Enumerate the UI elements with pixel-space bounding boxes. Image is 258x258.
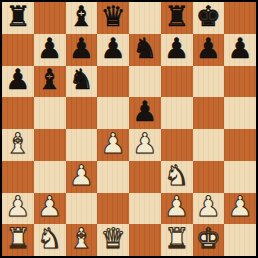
black-pawn[interactable]: ♟ bbox=[228, 35, 253, 63]
square-g1[interactable]: ♚ bbox=[193, 224, 225, 256]
square-a2[interactable]: ♟ bbox=[2, 193, 34, 225]
black-bishop[interactable]: ♝ bbox=[37, 66, 62, 94]
square-h4[interactable] bbox=[224, 129, 256, 161]
square-g5[interactable] bbox=[193, 97, 225, 129]
square-c6[interactable]: ♞ bbox=[66, 66, 98, 98]
square-e3[interactable] bbox=[129, 161, 161, 193]
white-rook[interactable]: ♜ bbox=[5, 225, 30, 253]
square-d2[interactable] bbox=[97, 193, 129, 225]
square-h1[interactable] bbox=[224, 224, 256, 256]
black-pawn[interactable]: ♟ bbox=[5, 66, 30, 94]
square-a5[interactable] bbox=[2, 97, 34, 129]
black-pawn[interactable]: ♟ bbox=[132, 98, 157, 126]
square-d1[interactable]: ♛ bbox=[97, 224, 129, 256]
square-g8[interactable]: ♚ bbox=[193, 2, 225, 34]
black-pawn[interactable]: ♟ bbox=[37, 35, 62, 63]
square-a3[interactable] bbox=[2, 161, 34, 193]
white-pawn[interactable]: ♟ bbox=[5, 193, 30, 221]
black-king[interactable]: ♚ bbox=[196, 3, 221, 31]
square-f4[interactable] bbox=[161, 129, 193, 161]
black-pawn[interactable]: ♟ bbox=[69, 35, 94, 63]
square-g7[interactable]: ♟ bbox=[193, 34, 225, 66]
square-b5[interactable] bbox=[34, 97, 66, 129]
square-f3[interactable]: ♞ bbox=[161, 161, 193, 193]
square-e7[interactable]: ♞ bbox=[129, 34, 161, 66]
white-king[interactable]: ♚ bbox=[196, 225, 221, 253]
white-pawn[interactable]: ♟ bbox=[196, 193, 221, 221]
white-bishop[interactable]: ♝ bbox=[5, 130, 30, 158]
square-h6[interactable] bbox=[224, 66, 256, 98]
square-b4[interactable] bbox=[34, 129, 66, 161]
white-knight[interactable]: ♞ bbox=[37, 225, 62, 253]
white-pawn[interactable]: ♟ bbox=[132, 130, 157, 158]
square-f6[interactable] bbox=[161, 66, 193, 98]
square-h8[interactable] bbox=[224, 2, 256, 34]
square-a6[interactable]: ♟ bbox=[2, 66, 34, 98]
white-pawn[interactable]: ♟ bbox=[101, 130, 126, 158]
white-knight[interactable]: ♞ bbox=[164, 162, 189, 190]
white-rook[interactable]: ♜ bbox=[164, 225, 189, 253]
square-b1[interactable]: ♞ bbox=[34, 224, 66, 256]
square-c4[interactable] bbox=[66, 129, 98, 161]
square-c2[interactable] bbox=[66, 193, 98, 225]
square-h7[interactable]: ♟ bbox=[224, 34, 256, 66]
square-b7[interactable]: ♟ bbox=[34, 34, 66, 66]
square-c3[interactable]: ♟ bbox=[66, 161, 98, 193]
square-c8[interactable]: ♝ bbox=[66, 2, 98, 34]
chess-app-window: ♜♝♛♜♚♟♟♟♞♟♟♟♟♝♞♟♝♟♟♟♞♟♟♟♟♟♜♞♝♛♜♚ bbox=[0, 0, 258, 258]
square-g3[interactable] bbox=[193, 161, 225, 193]
square-e5[interactable]: ♟ bbox=[129, 97, 161, 129]
square-g6[interactable] bbox=[193, 66, 225, 98]
black-rook[interactable]: ♜ bbox=[5, 3, 30, 31]
black-queen[interactable]: ♛ bbox=[101, 3, 126, 31]
black-knight[interactable]: ♞ bbox=[69, 66, 94, 94]
square-c1[interactable]: ♝ bbox=[66, 224, 98, 256]
square-e6[interactable] bbox=[129, 66, 161, 98]
square-b3[interactable] bbox=[34, 161, 66, 193]
black-knight[interactable]: ♞ bbox=[132, 35, 157, 63]
square-a8[interactable]: ♜ bbox=[2, 2, 34, 34]
square-b8[interactable] bbox=[34, 2, 66, 34]
black-pawn[interactable]: ♟ bbox=[196, 35, 221, 63]
square-d4[interactable]: ♟ bbox=[97, 129, 129, 161]
white-bishop[interactable]: ♝ bbox=[69, 225, 94, 253]
square-g2[interactable]: ♟ bbox=[193, 193, 225, 225]
square-b2[interactable]: ♟ bbox=[34, 193, 66, 225]
square-a7[interactable] bbox=[2, 34, 34, 66]
square-h2[interactable]: ♟ bbox=[224, 193, 256, 225]
white-pawn[interactable]: ♟ bbox=[69, 162, 94, 190]
square-c7[interactable]: ♟ bbox=[66, 34, 98, 66]
black-pawn[interactable]: ♟ bbox=[101, 35, 126, 63]
square-f7[interactable]: ♟ bbox=[161, 34, 193, 66]
square-e1[interactable] bbox=[129, 224, 161, 256]
square-d6[interactable] bbox=[97, 66, 129, 98]
black-pawn[interactable]: ♟ bbox=[164, 35, 189, 63]
white-queen[interactable]: ♛ bbox=[101, 225, 126, 253]
square-d7[interactable]: ♟ bbox=[97, 34, 129, 66]
square-g4[interactable] bbox=[193, 129, 225, 161]
black-rook[interactable]: ♜ bbox=[164, 3, 189, 31]
square-e2[interactable] bbox=[129, 193, 161, 225]
square-f8[interactable]: ♜ bbox=[161, 2, 193, 34]
square-e8[interactable] bbox=[129, 2, 161, 34]
white-pawn[interactable]: ♟ bbox=[37, 193, 62, 221]
square-a1[interactable]: ♜ bbox=[2, 224, 34, 256]
white-pawn[interactable]: ♟ bbox=[228, 193, 253, 221]
square-d5[interactable] bbox=[97, 97, 129, 129]
square-h3[interactable] bbox=[224, 161, 256, 193]
square-d3[interactable] bbox=[97, 161, 129, 193]
square-b6[interactable]: ♝ bbox=[34, 66, 66, 98]
square-e4[interactable]: ♟ bbox=[129, 129, 161, 161]
square-d8[interactable]: ♛ bbox=[97, 2, 129, 34]
square-f1[interactable]: ♜ bbox=[161, 224, 193, 256]
square-a4[interactable]: ♝ bbox=[2, 129, 34, 161]
white-pawn[interactable]: ♟ bbox=[164, 193, 189, 221]
black-bishop[interactable]: ♝ bbox=[69, 3, 94, 31]
square-f2[interactable]: ♟ bbox=[161, 193, 193, 225]
square-h5[interactable] bbox=[224, 97, 256, 129]
square-f5[interactable] bbox=[161, 97, 193, 129]
chess-board: ♜♝♛♜♚♟♟♟♞♟♟♟♟♝♞♟♝♟♟♟♞♟♟♟♟♟♜♞♝♛♜♚ bbox=[0, 0, 258, 258]
square-c5[interactable] bbox=[66, 97, 98, 129]
